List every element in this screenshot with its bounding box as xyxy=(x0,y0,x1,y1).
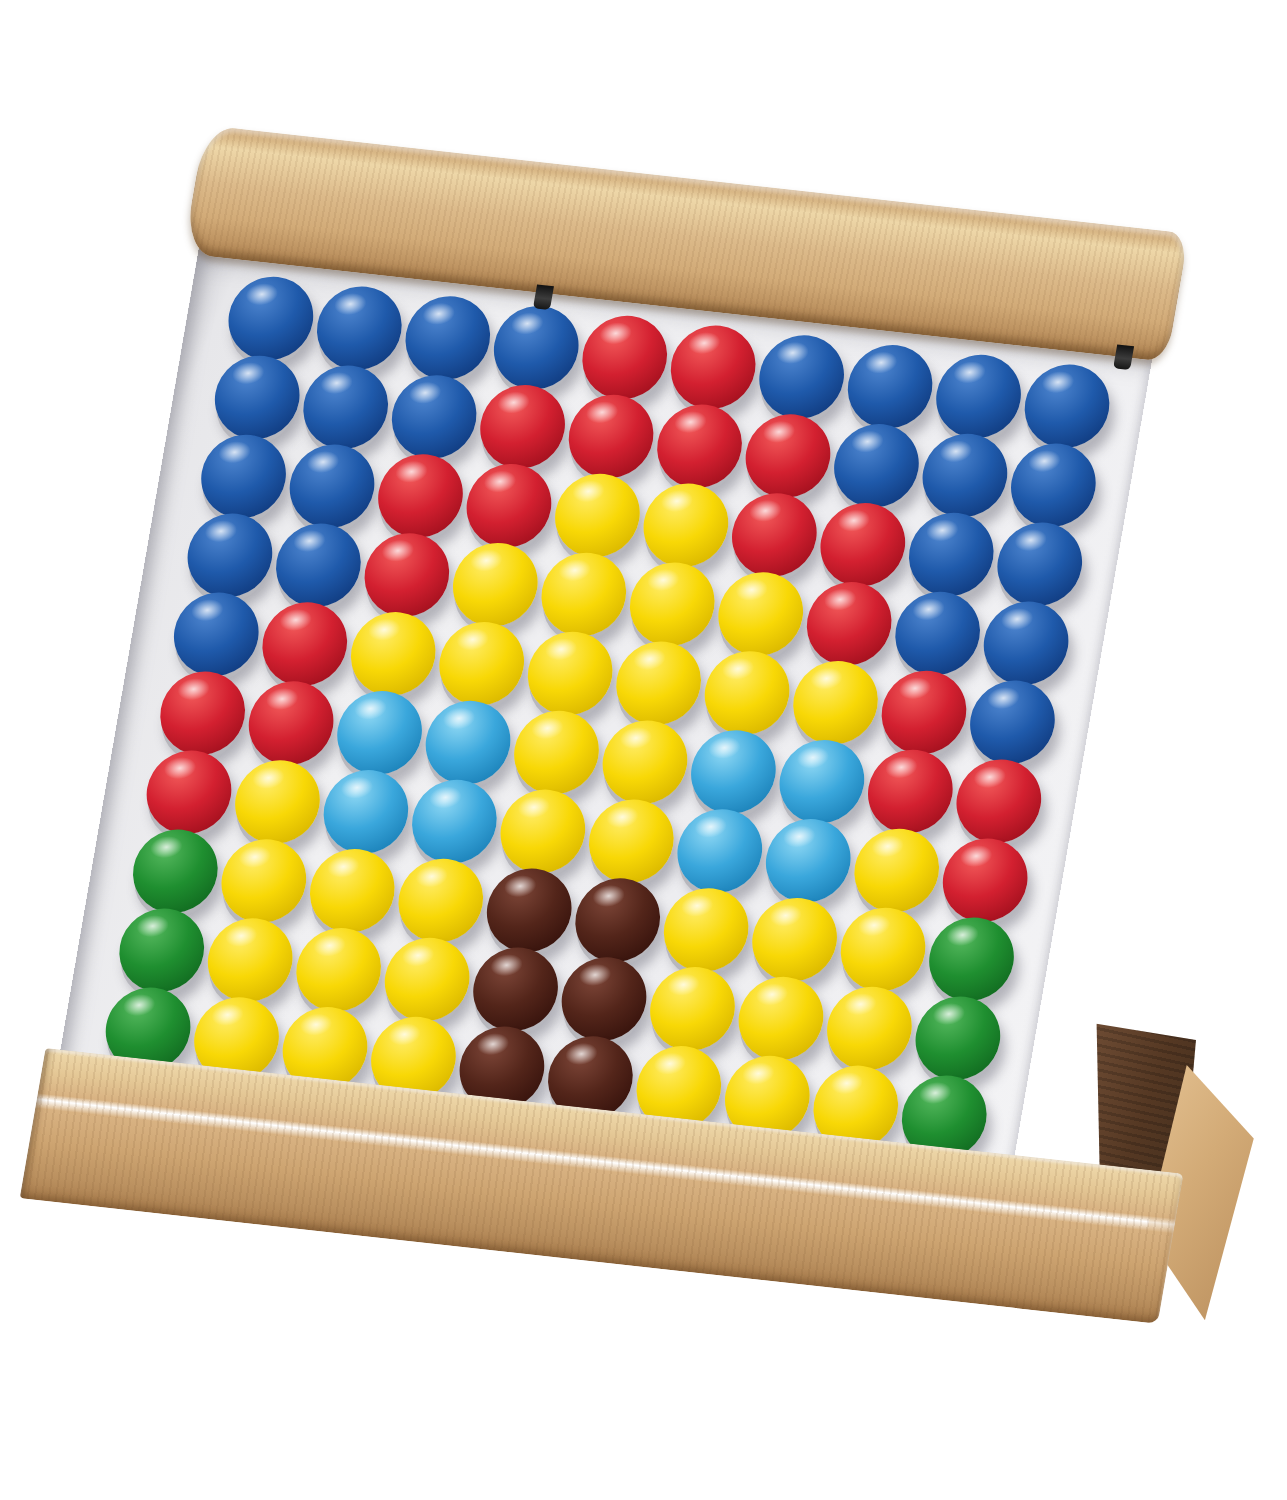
peg-r6-c5-yellow[interactable] xyxy=(507,706,605,798)
peg-r4-c5-yellow[interactable] xyxy=(534,548,632,640)
peg-r6-c4-light-blue[interactable] xyxy=(419,696,517,788)
peg-r2-c7-red[interactable] xyxy=(739,410,837,502)
peg-r6-c2-red[interactable] xyxy=(242,677,340,769)
peg-r9-c1-green[interactable] xyxy=(112,904,210,996)
peg-r3-c10-dark-blue[interactable] xyxy=(990,518,1088,610)
peg-r1-c8-dark-blue[interactable] xyxy=(841,341,939,433)
peg-r5-c8-yellow[interactable] xyxy=(786,657,884,749)
peg-r5-c5-yellow[interactable] xyxy=(521,627,619,719)
peg-r3-c6-yellow[interactable] xyxy=(636,479,734,571)
peg-r2-c1-dark-blue[interactable] xyxy=(208,351,306,443)
peg-r8-c5-dark-brown[interactable] xyxy=(480,864,578,956)
peg-r6-c7-light-blue[interactable] xyxy=(684,726,782,818)
peg-board-toy xyxy=(0,125,1287,1500)
peg-r1-c5-red[interactable] xyxy=(575,311,673,403)
peg-r5-c7-yellow[interactable] xyxy=(698,647,796,739)
peg-r1-c9-dark-blue[interactable] xyxy=(929,350,1027,442)
peg-r9-c7-yellow[interactable] xyxy=(643,963,741,1055)
peg-r5-c4-yellow[interactable] xyxy=(432,617,530,709)
peg-r9-c3-yellow[interactable] xyxy=(289,924,387,1016)
peg-r9-c9-yellow[interactable] xyxy=(820,982,918,1074)
peg-r4-c6-yellow[interactable] xyxy=(623,558,721,650)
peg-r4-c4-yellow[interactable] xyxy=(446,539,544,631)
peg-r3-c2-dark-blue[interactable] xyxy=(283,440,381,532)
peg-r1-c4-dark-blue[interactable] xyxy=(487,302,585,394)
peg-r4-c1-dark-blue[interactable] xyxy=(181,509,279,601)
peg-r2-c6-red[interactable] xyxy=(650,400,748,492)
peg-r7-c9-yellow[interactable] xyxy=(847,824,945,916)
peg-r2-c9-dark-blue[interactable] xyxy=(916,429,1014,521)
peg-r3-c3-red[interactable] xyxy=(371,450,469,542)
peg-r8-c2-yellow[interactable] xyxy=(214,835,312,927)
peg-r8-c6-dark-brown[interactable] xyxy=(568,874,666,966)
peg-r3-c8-red[interactable] xyxy=(813,499,911,591)
peg-r7-c3-light-blue[interactable] xyxy=(317,766,415,858)
peg-r3-c1-dark-blue[interactable] xyxy=(194,430,292,522)
peg-r2-c2-dark-blue[interactable] xyxy=(296,361,394,453)
peg-r8-c4-yellow[interactable] xyxy=(391,854,489,946)
peg-r7-c4-light-blue[interactable] xyxy=(405,775,503,867)
peg-r9-c10-green[interactable] xyxy=(908,992,1006,1084)
peg-r4-c7-yellow[interactable] xyxy=(711,568,809,660)
peg-r6-c10-red[interactable] xyxy=(949,755,1047,847)
peg-r7-c6-yellow[interactable] xyxy=(582,795,680,887)
peg-r9-c4-yellow[interactable] xyxy=(378,933,476,1025)
peg-r7-c8-light-blue[interactable] xyxy=(759,815,857,907)
peg-r1-c10-dark-blue[interactable] xyxy=(1018,360,1116,452)
peg-r7-c10-red[interactable] xyxy=(936,834,1034,926)
peg-grid xyxy=(97,274,1118,1161)
peg-r6-c1-red[interactable] xyxy=(153,667,251,759)
peg-r4-c8-red[interactable] xyxy=(800,578,898,670)
peg-r3-c9-dark-blue[interactable] xyxy=(902,508,1000,600)
peg-r6-c8-light-blue[interactable] xyxy=(772,736,870,828)
peg-r1-c3-dark-blue[interactable] xyxy=(398,292,496,384)
peg-r3-c7-red[interactable] xyxy=(725,489,823,581)
peg-r7-c7-light-blue[interactable] xyxy=(670,805,768,897)
peg-r2-c10-dark-blue[interactable] xyxy=(1004,439,1102,531)
peg-r5-c6-yellow[interactable] xyxy=(609,637,707,729)
peg-r7-c5-yellow[interactable] xyxy=(493,785,591,877)
peg-r7-c1-red[interactable] xyxy=(140,746,238,838)
peg-r3-c4-red[interactable] xyxy=(460,460,558,552)
peg-r6-c3-light-blue[interactable] xyxy=(330,687,428,779)
peg-r1-c6-red[interactable] xyxy=(664,321,762,413)
peg-r8-c9-yellow[interactable] xyxy=(834,903,932,995)
peg-r8-c3-yellow[interactable] xyxy=(303,845,401,937)
peg-r5-c2-red[interactable] xyxy=(255,598,353,690)
peg-r8-c1-green[interactable] xyxy=(126,825,224,917)
peg-r9-c2-yellow[interactable] xyxy=(201,914,299,1006)
peg-r1-c7-dark-blue[interactable] xyxy=(752,331,850,423)
peg-r7-c2-yellow[interactable] xyxy=(228,756,326,848)
peg-r3-c5-yellow[interactable] xyxy=(548,469,646,561)
peg-r4-c3-red[interactable] xyxy=(357,529,455,621)
peg-r5-c10-dark-blue[interactable] xyxy=(963,676,1061,768)
peg-r1-c2-dark-blue[interactable] xyxy=(310,282,408,374)
peg-r4-c10-dark-blue[interactable] xyxy=(977,597,1075,689)
peg-r1-c1-dark-blue[interactable] xyxy=(221,272,319,364)
peg-r9-c8-yellow[interactable] xyxy=(732,972,830,1064)
peg-r6-c6-yellow[interactable] xyxy=(596,716,694,808)
peg-r5-c1-dark-blue[interactable] xyxy=(167,588,265,680)
peg-r9-c6-dark-brown[interactable] xyxy=(555,953,653,1045)
pegboard xyxy=(53,245,1154,1197)
peg-r2-c3-dark-blue[interactable] xyxy=(385,371,483,463)
peg-r2-c5-red[interactable] xyxy=(562,390,660,482)
peg-r8-c10-green[interactable] xyxy=(922,913,1020,1005)
peg-r5-c3-yellow[interactable] xyxy=(344,608,442,700)
peg-r5-c9-red[interactable] xyxy=(875,666,973,758)
peg-r2-c4-red[interactable] xyxy=(473,381,571,473)
peg-r6-c9-red[interactable] xyxy=(861,745,959,837)
peg-r4-c9-dark-blue[interactable] xyxy=(888,587,986,679)
peg-r9-c5-dark-brown[interactable] xyxy=(466,943,564,1035)
peg-r8-c7-yellow[interactable] xyxy=(657,884,755,976)
peg-r8-c8-yellow[interactable] xyxy=(745,893,843,985)
peg-r4-c2-dark-blue[interactable] xyxy=(269,519,367,611)
peg-r2-c8-dark-blue[interactable] xyxy=(827,420,925,512)
photo-scene xyxy=(0,0,1287,1500)
